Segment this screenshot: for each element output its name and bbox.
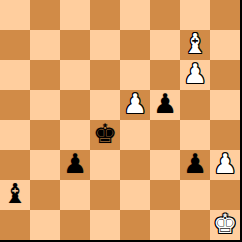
square-c7[interactable] (60, 30, 90, 60)
square-d6[interactable] (90, 60, 120, 90)
square-d4[interactable]: ♚ (90, 120, 120, 150)
square-e6[interactable] (120, 60, 150, 90)
square-f1[interactable] (150, 210, 180, 240)
square-a8[interactable] (0, 0, 30, 30)
square-a5[interactable] (0, 90, 30, 120)
square-d5[interactable] (90, 90, 120, 120)
square-b4[interactable] (30, 120, 60, 150)
square-e3[interactable] (120, 150, 150, 180)
square-a7[interactable] (0, 30, 30, 60)
square-h8[interactable] (210, 0, 240, 30)
square-a6[interactable] (0, 60, 30, 90)
square-h1[interactable]: ♚ (210, 210, 240, 240)
square-g1[interactable] (180, 210, 210, 240)
white-pawn-h3[interactable]: ♟ (213, 150, 237, 179)
square-g7[interactable]: ♝ (180, 30, 210, 60)
square-h7[interactable] (210, 30, 240, 60)
square-c8[interactable] (60, 0, 90, 30)
square-a1[interactable] (0, 210, 30, 240)
square-g8[interactable] (180, 0, 210, 30)
square-c2[interactable] (60, 180, 90, 210)
square-b1[interactable] (30, 210, 60, 240)
square-a4[interactable] (0, 120, 30, 150)
square-d3[interactable] (90, 150, 120, 180)
square-g6[interactable]: ♟ (180, 60, 210, 90)
square-e5[interactable]: ♟ (120, 90, 150, 120)
square-g5[interactable] (180, 90, 210, 120)
square-f3[interactable] (150, 150, 180, 180)
white-pawn-e5[interactable]: ♟ (123, 90, 147, 119)
square-f6[interactable] (150, 60, 180, 90)
black-king-d4[interactable]: ♚ (93, 120, 117, 149)
square-d7[interactable] (90, 30, 120, 60)
square-e2[interactable] (120, 180, 150, 210)
square-d8[interactable] (90, 0, 120, 30)
square-g4[interactable] (180, 120, 210, 150)
square-d2[interactable] (90, 180, 120, 210)
square-f2[interactable] (150, 180, 180, 210)
black-pawn-f5[interactable]: ♟ (153, 90, 177, 119)
square-b8[interactable] (30, 0, 60, 30)
square-c5[interactable] (60, 90, 90, 120)
square-b6[interactable] (30, 60, 60, 90)
black-bishop-a2[interactable]: ♝ (3, 180, 27, 209)
square-e1[interactable] (120, 210, 150, 240)
white-bishop-g7[interactable]: ♝ (183, 30, 207, 59)
square-c4[interactable] (60, 120, 90, 150)
black-pawn-g3[interactable]: ♟ (183, 150, 207, 179)
white-king-h1[interactable]: ♚ (213, 210, 237, 239)
square-a3[interactable] (0, 150, 30, 180)
black-pawn-c3[interactable]: ♟ (63, 150, 87, 179)
square-h4[interactable] (210, 120, 240, 150)
square-b3[interactable] (30, 150, 60, 180)
square-e7[interactable] (120, 30, 150, 60)
square-c6[interactable] (60, 60, 90, 90)
square-b5[interactable] (30, 90, 60, 120)
white-pawn-g6[interactable]: ♟ (183, 60, 207, 89)
chess-board: ♝♟♟♟♚♟♟♟♝♚ (0, 0, 242, 242)
square-b7[interactable] (30, 30, 60, 60)
square-e4[interactable] (120, 120, 150, 150)
square-h3[interactable]: ♟ (210, 150, 240, 180)
square-f5[interactable]: ♟ (150, 90, 180, 120)
square-f4[interactable] (150, 120, 180, 150)
square-h6[interactable] (210, 60, 240, 90)
square-f7[interactable] (150, 30, 180, 60)
square-c3[interactable]: ♟ (60, 150, 90, 180)
square-g2[interactable] (180, 180, 210, 210)
square-d1[interactable] (90, 210, 120, 240)
square-a2[interactable]: ♝ (0, 180, 30, 210)
square-c1[interactable] (60, 210, 90, 240)
square-f8[interactable] (150, 0, 180, 30)
square-h2[interactable] (210, 180, 240, 210)
square-b2[interactable] (30, 180, 60, 210)
square-e8[interactable] (120, 0, 150, 30)
square-h5[interactable] (210, 90, 240, 120)
square-g3[interactable]: ♟ (180, 150, 210, 180)
